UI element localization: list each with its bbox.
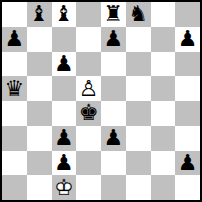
square-a4[interactable] [2, 101, 27, 126]
square-h2[interactable]: ♟ [175, 151, 200, 176]
square-e8[interactable]: ♜ [101, 2, 126, 27]
square-f2[interactable] [126, 151, 151, 176]
square-b2[interactable] [27, 151, 52, 176]
square-g5[interactable] [151, 76, 176, 101]
square-b3[interactable] [27, 126, 52, 151]
square-d8[interactable] [76, 2, 101, 27]
black-pawn-glyph: ♟ [2, 27, 27, 52]
square-b1[interactable] [27, 175, 52, 200]
square-d2[interactable] [76, 151, 101, 176]
black-queen: ♛ [2, 76, 27, 101]
chess-board-frame: ♝♝♜♞♟♟♟♟♛♟♙♚♟♟♟♟♚♔ [0, 0, 202, 202]
square-g2[interactable] [151, 151, 176, 176]
black-pawn-glyph: ♟ [101, 126, 126, 151]
square-f1[interactable] [126, 175, 151, 200]
white-pawn-outline: ♙ [76, 76, 101, 101]
square-h1[interactable] [175, 175, 200, 200]
black-rook-glyph: ♜ [101, 2, 126, 27]
square-e7[interactable]: ♟ [101, 27, 126, 52]
square-b6[interactable] [27, 52, 52, 77]
square-c6[interactable]: ♟ [52, 52, 77, 77]
black-pawn-glyph: ♟ [52, 52, 77, 77]
square-b5[interactable] [27, 76, 52, 101]
square-h3[interactable] [175, 126, 200, 151]
black-pawn: ♟ [52, 126, 77, 151]
square-d1[interactable] [76, 175, 101, 200]
square-g7[interactable] [151, 27, 176, 52]
square-f6[interactable] [126, 52, 151, 77]
black-bishop-glyph: ♝ [27, 2, 52, 27]
square-c5[interactable] [52, 76, 77, 101]
black-pawn-glyph: ♟ [52, 126, 77, 151]
square-d5[interactable]: ♟♙ [76, 76, 101, 101]
square-d4[interactable]: ♚ [76, 101, 101, 126]
white-pawn: ♟♙ [76, 76, 101, 101]
square-g1[interactable] [151, 175, 176, 200]
black-pawn: ♟ [101, 27, 126, 52]
black-bishop-glyph: ♝ [52, 2, 77, 27]
square-c4[interactable] [52, 101, 77, 126]
square-c1[interactable]: ♚♔ [52, 175, 77, 200]
black-queen-glyph: ♛ [2, 76, 27, 101]
black-pawn: ♟ [175, 27, 200, 52]
square-d6[interactable] [76, 52, 101, 77]
white-king-outline: ♔ [52, 175, 77, 200]
square-f3[interactable] [126, 126, 151, 151]
white-king: ♚♔ [52, 175, 77, 200]
black-pawn-glyph: ♟ [175, 151, 200, 176]
black-rook: ♜ [101, 2, 126, 27]
square-c3[interactable]: ♟ [52, 126, 77, 151]
square-f7[interactable] [126, 27, 151, 52]
square-g4[interactable] [151, 101, 176, 126]
square-b7[interactable] [27, 27, 52, 52]
black-king-glyph: ♚ [76, 101, 101, 126]
square-d7[interactable] [76, 27, 101, 52]
square-f4[interactable] [126, 101, 151, 126]
black-pawn-glyph: ♟ [101, 27, 126, 52]
square-a3[interactable] [2, 126, 27, 151]
square-h5[interactable] [175, 76, 200, 101]
square-e2[interactable] [101, 151, 126, 176]
square-h7[interactable]: ♟ [175, 27, 200, 52]
square-e6[interactable] [101, 52, 126, 77]
chess-board: ♝♝♜♞♟♟♟♟♛♟♙♚♟♟♟♟♚♔ [2, 2, 200, 200]
square-a7[interactable]: ♟ [2, 27, 27, 52]
square-a1[interactable] [2, 175, 27, 200]
square-b4[interactable] [27, 101, 52, 126]
black-knight-glyph: ♞ [126, 2, 151, 27]
black-pawn-glyph: ♟ [52, 151, 77, 176]
square-h8[interactable] [175, 2, 200, 27]
square-b8[interactable]: ♝ [27, 2, 52, 27]
square-a2[interactable] [2, 151, 27, 176]
black-pawn: ♟ [175, 151, 200, 176]
square-f5[interactable] [126, 76, 151, 101]
black-pawn: ♟ [101, 126, 126, 151]
square-e3[interactable]: ♟ [101, 126, 126, 151]
square-a6[interactable] [2, 52, 27, 77]
black-pawn: ♟ [2, 27, 27, 52]
square-c7[interactable] [52, 27, 77, 52]
square-e5[interactable] [101, 76, 126, 101]
square-g8[interactable] [151, 2, 176, 27]
square-a5[interactable]: ♛ [2, 76, 27, 101]
square-h4[interactable] [175, 101, 200, 126]
square-g6[interactable] [151, 52, 176, 77]
square-e1[interactable] [101, 175, 126, 200]
black-pawn: ♟ [52, 151, 77, 176]
square-h6[interactable] [175, 52, 200, 77]
square-f8[interactable]: ♞ [126, 2, 151, 27]
square-g3[interactable] [151, 126, 176, 151]
square-d3[interactable] [76, 126, 101, 151]
black-bishop: ♝ [27, 2, 52, 27]
black-pawn-glyph: ♟ [175, 27, 200, 52]
black-knight: ♞ [126, 2, 151, 27]
black-pawn: ♟ [52, 52, 77, 77]
square-a8[interactable] [2, 2, 27, 27]
square-c2[interactable]: ♟ [52, 151, 77, 176]
black-bishop: ♝ [52, 2, 77, 27]
black-king: ♚ [76, 101, 101, 126]
square-e4[interactable] [101, 101, 126, 126]
square-c8[interactable]: ♝ [52, 2, 77, 27]
